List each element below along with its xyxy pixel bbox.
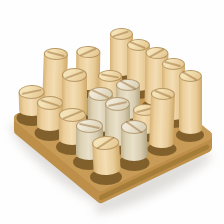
peg-body: [149, 94, 175, 149]
wood-grain-line: [79, 123, 99, 129]
peg-body: [179, 76, 202, 134]
wood-grain-line: [22, 89, 42, 95]
wood-grain-line: [65, 71, 83, 79]
peg-r2c4: [121, 120, 147, 168]
peg-board-product-photo: [0, 0, 224, 224]
peg-top-face: [76, 119, 103, 133]
wood-grain-line: [80, 47, 97, 56]
wood-grain-line: [101, 73, 119, 78]
peg-top-face: [151, 88, 175, 101]
pegs-layer: [0, 0, 224, 224]
wood-grain-line: [130, 41, 147, 49]
wood-grain-line: [96, 137, 114, 150]
peg-r1c4: [149, 88, 175, 155]
wood-grain-line: [154, 90, 171, 99]
wood-grain-line: [120, 80, 137, 90]
wood-grain-line: [125, 121, 142, 134]
peg-r0c4: [179, 70, 202, 140]
peg-top-face: [44, 48, 68, 61]
wood-grain-line: [182, 71, 198, 81]
peg-top-face: [105, 97, 130, 111]
wood-grain-line: [164, 61, 181, 67]
peg-top-face: [62, 68, 87, 82]
peg-top-face: [76, 46, 100, 58]
wood-grain-line: [148, 48, 164, 58]
wood-grain-line: [40, 99, 59, 107]
wood-grain-line: [113, 30, 130, 37]
peg-top-face: [121, 120, 147, 134]
peg-top-face: [116, 79, 140, 91]
peg-r3c4: [91, 135, 120, 182]
wood-grain-line: [47, 51, 65, 57]
peg-top-face: [162, 58, 185, 70]
peg-top-face: [179, 70, 202, 82]
wood-grain-line: [108, 101, 127, 107]
